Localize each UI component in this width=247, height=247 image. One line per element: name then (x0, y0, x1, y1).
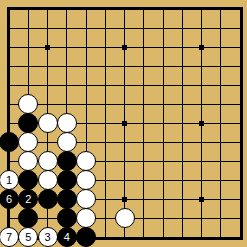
black-stone: 6 (0, 189, 19, 209)
white-stone (57, 132, 77, 152)
black-stone (57, 170, 77, 190)
black-stone: 4 (57, 227, 77, 247)
white-stone: 7 (0, 227, 19, 247)
star-point (122, 121, 127, 126)
star-point (45, 45, 50, 50)
move-number: 2 (25, 194, 31, 205)
star-point (122, 197, 127, 202)
white-stone (38, 113, 58, 133)
black-stone (57, 189, 77, 209)
white-stone (76, 170, 96, 190)
star-point (199, 45, 204, 50)
star-point (122, 45, 127, 50)
move-number: 7 (6, 232, 12, 243)
black-stone (57, 208, 77, 228)
go-board: 1627534 (0, 0, 247, 247)
black-stone (0, 132, 19, 152)
black-stone (57, 151, 77, 171)
white-stone: 5 (18, 227, 38, 247)
move-number: 5 (25, 232, 31, 243)
white-stone (76, 208, 96, 228)
white-stone: 3 (38, 227, 58, 247)
black-stone (38, 189, 58, 209)
star-point (199, 197, 204, 202)
white-stone: 1 (0, 170, 19, 190)
move-number: 6 (6, 194, 12, 205)
white-stone (76, 189, 96, 209)
white-stone (38, 170, 58, 190)
white-stone (115, 208, 135, 228)
move-number: 1 (6, 175, 12, 186)
white-stone (57, 113, 77, 133)
move-number: 3 (44, 232, 50, 243)
black-stone (76, 227, 96, 247)
white-stone (76, 151, 96, 171)
white-stone (38, 151, 58, 171)
star-point (199, 121, 204, 126)
move-number: 4 (64, 232, 70, 243)
